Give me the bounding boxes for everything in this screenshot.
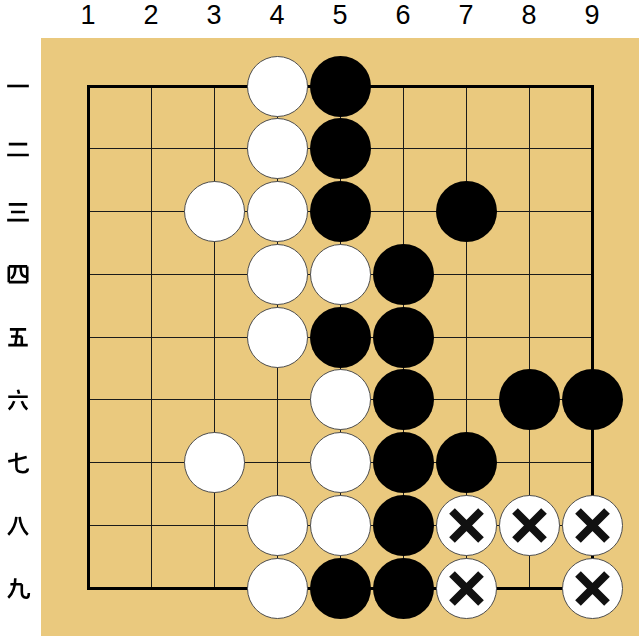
x-marked-white-stone xyxy=(436,495,497,556)
column-label: 7 xyxy=(444,0,488,30)
black-stone xyxy=(373,307,434,368)
row-label xyxy=(5,73,31,99)
white-stone xyxy=(184,181,245,242)
row-label xyxy=(5,261,31,287)
x-marked-white-stone xyxy=(436,558,497,619)
white-stone xyxy=(310,495,371,556)
black-stone xyxy=(436,181,497,242)
column-label: 1 xyxy=(66,0,110,30)
column-label: 3 xyxy=(192,0,236,30)
row-label xyxy=(5,324,31,350)
black-stone xyxy=(436,432,497,493)
white-stone xyxy=(247,118,308,179)
x-mark-icon xyxy=(562,495,623,556)
row-label xyxy=(5,136,31,162)
black-stone xyxy=(310,118,371,179)
column-label: 6 xyxy=(381,0,425,30)
column-label: 2 xyxy=(129,0,173,30)
white-stone xyxy=(247,244,308,305)
black-stone xyxy=(373,244,434,305)
column-label: 8 xyxy=(507,0,551,30)
black-stone xyxy=(310,56,371,117)
go-diagram: 123456789 xyxy=(0,0,639,636)
row-label xyxy=(5,387,31,413)
white-stone xyxy=(247,56,308,117)
black-stone xyxy=(373,432,434,493)
white-stone xyxy=(310,369,371,430)
x-mark-icon xyxy=(562,558,623,619)
row-label xyxy=(5,450,31,476)
black-stone xyxy=(499,369,560,430)
row-label xyxy=(5,512,31,538)
x-marked-white-stone xyxy=(562,495,623,556)
column-label: 5 xyxy=(318,0,362,30)
white-stone xyxy=(310,244,371,305)
column-label: 4 xyxy=(255,0,299,30)
white-stone xyxy=(247,558,308,619)
x-marked-white-stone xyxy=(562,558,623,619)
column-label: 9 xyxy=(570,0,614,30)
white-stone xyxy=(310,432,371,493)
black-stone xyxy=(310,558,371,619)
black-stone xyxy=(310,307,371,368)
row-label xyxy=(5,575,31,601)
x-mark-icon xyxy=(499,495,560,556)
white-stone xyxy=(247,307,308,368)
white-stone xyxy=(184,432,245,493)
black-stone xyxy=(562,369,623,430)
black-stone xyxy=(373,558,434,619)
black-stone xyxy=(310,181,371,242)
black-stone xyxy=(373,495,434,556)
x-mark-icon xyxy=(436,495,497,556)
white-stone xyxy=(247,181,308,242)
x-mark-icon xyxy=(436,558,497,619)
white-stone xyxy=(247,495,308,556)
black-stone xyxy=(373,369,434,430)
x-marked-white-stone xyxy=(499,495,560,556)
row-label xyxy=(5,199,31,225)
